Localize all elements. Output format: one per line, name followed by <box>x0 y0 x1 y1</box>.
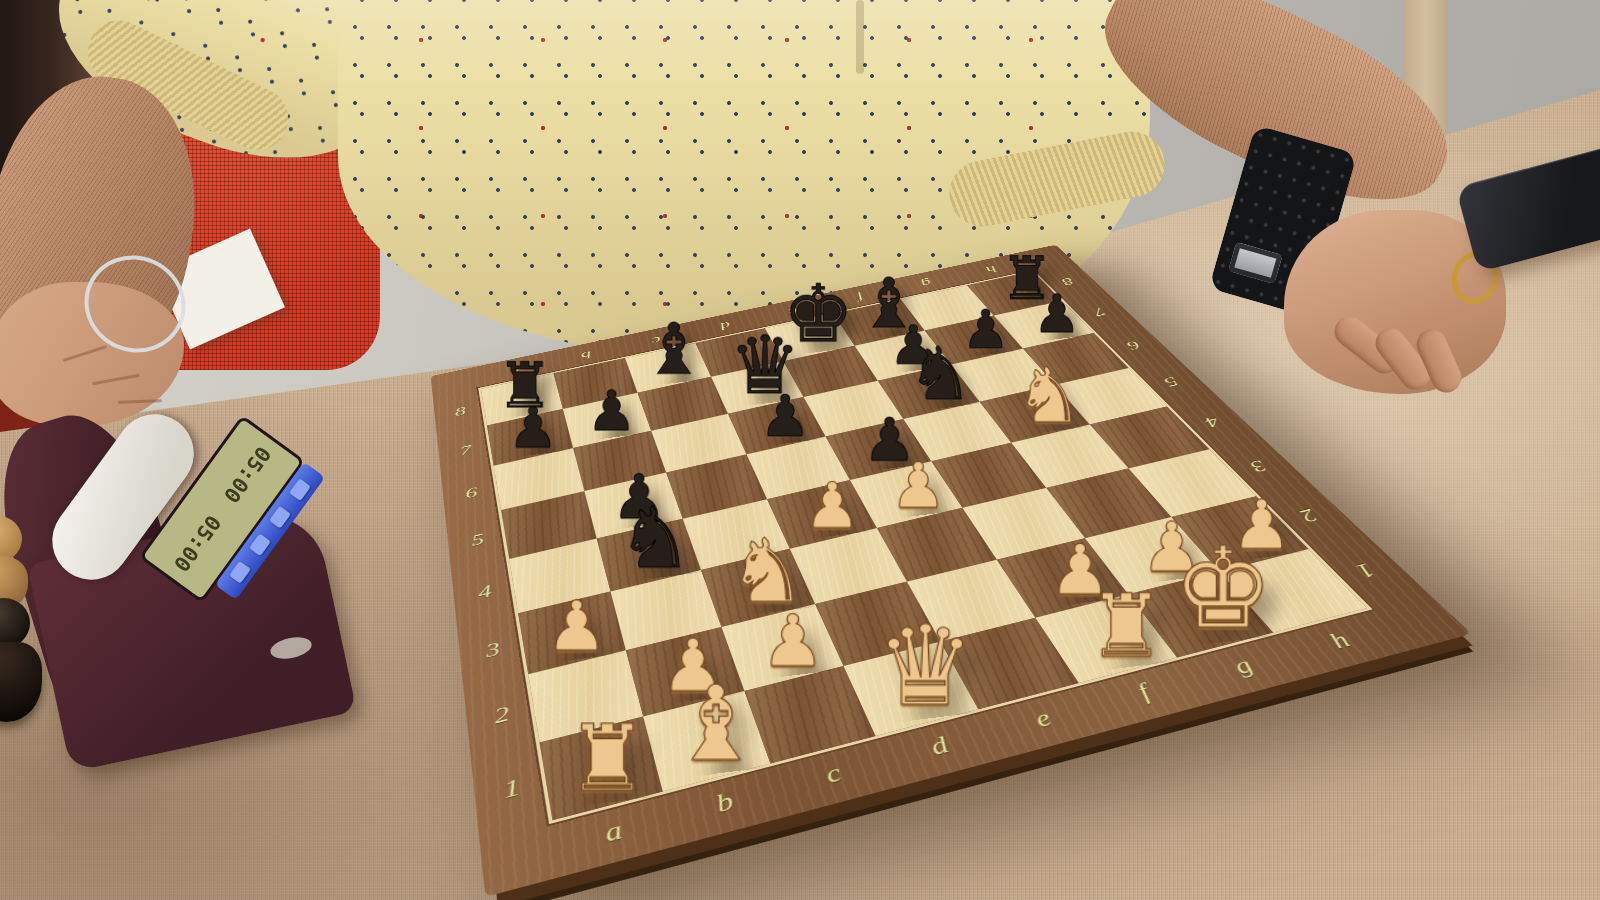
piece-white-knight-g5[interactable]: ♞ <box>1007 359 1091 431</box>
piece-base <box>0 642 42 722</box>
piece-black-pawn-a7[interactable]: ♟ <box>493 402 573 455</box>
piece-white-rook-f1[interactable]: ♜ <box>1073 585 1179 667</box>
piece-black-knight-b4[interactable]: ♞ <box>609 498 702 578</box>
piece-white-rook-a1[interactable]: ♜ <box>551 715 663 802</box>
chess-clock: 05:00 05:00 <box>18 386 338 726</box>
piece-black-pawn-b7[interactable]: ♟ <box>572 385 652 438</box>
piece-black-pawn-d6[interactable]: ♟ <box>744 389 826 443</box>
clock-button[interactable] <box>289 478 311 501</box>
tournament-photo: ♜♝♚♝♜♟♟♛♟♟♟♟♞♟♟♞♞♟♟♟♞♟♟♟♟♟♜♝♛♜♚ abcdefgh… <box>0 0 1600 900</box>
shirt-placket <box>856 0 864 74</box>
piece-white-pawn-a3[interactable]: ♟ <box>527 594 626 660</box>
coord-left-1: 1 <box>478 744 547 837</box>
square-a3[interactable]: ♟ <box>518 591 626 674</box>
coord-left-3: 3 <box>464 614 524 688</box>
clock-button[interactable] <box>229 561 251 584</box>
piece-black-knight-f6[interactable]: ♞ <box>900 339 981 408</box>
piece-white-king-g1[interactable]: ♚ <box>1171 535 1276 641</box>
side-piece-ebony <box>0 598 46 724</box>
coord-left-7: 7 <box>442 426 490 476</box>
piece-black-pawn-h7[interactable]: ♟ <box>1019 289 1095 339</box>
clock-time-left: 05:00 <box>169 511 226 576</box>
clock-button[interactable] <box>249 533 271 556</box>
piece-white-pawn-e4[interactable]: ♟ <box>873 456 963 516</box>
clock-button[interactable] <box>269 506 291 529</box>
piece-knob <box>0 598 30 648</box>
clock-time-right: 05:00 <box>219 442 276 507</box>
piece-white-bishop-b1[interactable]: ♝ <box>660 676 771 774</box>
chess-board: ♜♝♚♝♜♟♟♛♟♟♟♟♞♟♟♞♞♟♟♟♞♟♟♟♟♟♜♝♛♜♚ abcdefgh… <box>450 80 1250 880</box>
piece-white-queen-d1[interactable]: ♛ <box>871 614 979 719</box>
piece-black-bishop-c8[interactable]: ♝ <box>636 317 711 384</box>
